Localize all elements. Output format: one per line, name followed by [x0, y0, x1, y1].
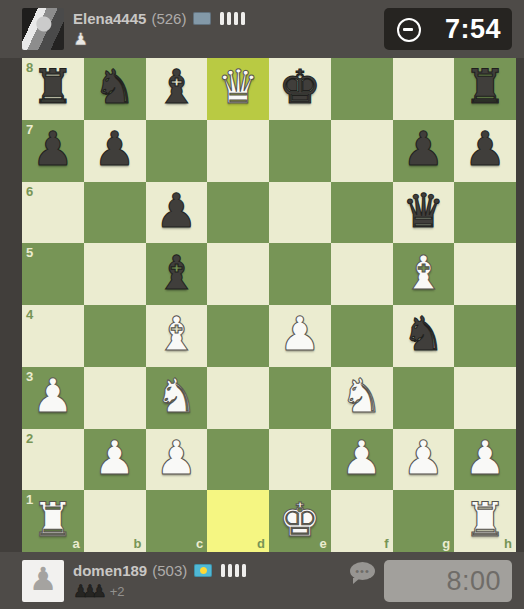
bottom-player-name[interactable]: domen189: [73, 562, 147, 579]
connection-bar: [220, 12, 224, 25]
square-a7[interactable]: 7♟: [22, 120, 84, 182]
bottom-player-bar: ♟ domen189 (503) ♟♟♟+2 ••• 8:00: [0, 552, 524, 609]
square-e1[interactable]: e♚: [269, 490, 331, 552]
piece-white-pawn[interactable]: ♟: [402, 434, 444, 481]
square-a3[interactable]: 3♟: [22, 367, 84, 429]
piece-black-bishop[interactable]: ♝: [155, 249, 197, 296]
square-h7[interactable]: ♟: [454, 120, 516, 182]
square-e6[interactable]: [269, 182, 331, 244]
piece-white-pawn[interactable]: ♟: [279, 310, 321, 357]
square-g2[interactable]: ♟: [393, 429, 455, 491]
square-f2[interactable]: ♟: [331, 429, 393, 491]
file-label-g: g: [442, 537, 450, 550]
square-g4[interactable]: ♞: [393, 305, 455, 367]
square-d8[interactable]: ♛: [207, 58, 269, 120]
square-b5[interactable]: [84, 243, 146, 305]
square-d5[interactable]: [207, 243, 269, 305]
default-avatar-pawn-icon: ♟: [29, 563, 58, 595]
piece-white-pawn[interactable]: ♟: [155, 434, 197, 481]
square-c6[interactable]: ♟: [146, 182, 208, 244]
piece-white-queen[interactable]: ♛: [217, 63, 259, 110]
captured-black-pawn-icon: ♟: [92, 583, 107, 600]
square-f6[interactable]: [331, 182, 393, 244]
connection-bar: [235, 564, 239, 577]
square-h2[interactable]: ♟: [454, 429, 516, 491]
piece-white-knight[interactable]: ♞: [155, 372, 197, 419]
piece-black-pawn[interactable]: ♟: [94, 125, 136, 172]
square-a6[interactable]: 6: [22, 182, 84, 244]
top-player-avatar[interactable]: [22, 8, 64, 50]
square-c1[interactable]: c: [146, 490, 208, 552]
piece-black-pawn[interactable]: ♟: [155, 187, 197, 234]
square-b3[interactable]: [84, 367, 146, 429]
square-d4[interactable]: [207, 305, 269, 367]
square-e8[interactable]: ♚: [269, 58, 331, 120]
piece-black-pawn[interactable]: ♟: [402, 125, 444, 172]
square-g5[interactable]: ♝: [393, 243, 455, 305]
square-c5[interactable]: ♝: [146, 243, 208, 305]
piece-black-rook[interactable]: ♜: [464, 63, 506, 110]
file-label-c: c: [196, 537, 203, 550]
top-connection-bars-icon: [220, 11, 248, 25]
chat-icon[interactable]: •••: [350, 562, 375, 580]
square-g3[interactable]: [393, 367, 455, 429]
rank-label-6: 6: [26, 185, 33, 198]
piece-black-rook[interactable]: ♜: [32, 63, 74, 110]
top-player-clock: 7:54: [384, 8, 512, 50]
square-g7[interactable]: ♟: [393, 120, 455, 182]
bottom-player-info: domen189 (503) ♟♟♟+2: [73, 552, 249, 601]
bottom-player-rating: (503): [152, 562, 187, 579]
piece-white-pawn[interactable]: ♟: [464, 434, 506, 481]
connection-bar: [221, 564, 225, 577]
square-f4[interactable]: [331, 305, 393, 367]
square-b8[interactable]: ♞: [84, 58, 146, 120]
square-c8[interactable]: ♝: [146, 58, 208, 120]
piece-black-bishop[interactable]: ♝: [155, 63, 197, 110]
top-player-rating: (526): [151, 10, 186, 27]
piece-black-pawn[interactable]: ♟: [464, 125, 506, 172]
file-label-d: d: [257, 537, 265, 550]
piece-white-knight[interactable]: ♞: [341, 372, 383, 419]
square-d7[interactable]: [207, 120, 269, 182]
file-label-b: b: [134, 537, 142, 550]
piece-white-bishop[interactable]: ♝: [155, 310, 197, 357]
connection-bar: [227, 12, 231, 25]
piece-black-knight[interactable]: ♞: [402, 310, 444, 357]
top-player-bar: Elena4445 (526) ♟ 7:54: [0, 0, 524, 58]
square-a2[interactable]: 2: [22, 429, 84, 491]
top-player-info: Elena4445 (526) ♟: [73, 0, 248, 49]
piece-black-king[interactable]: ♚: [279, 63, 321, 110]
clock-timer-icon: [397, 18, 421, 42]
square-b2[interactable]: ♟: [84, 429, 146, 491]
square-c3[interactable]: ♞: [146, 367, 208, 429]
square-d3[interactable]: [207, 367, 269, 429]
piece-black-knight[interactable]: ♞: [94, 63, 136, 110]
bottom-clock-time: 8:00: [446, 568, 512, 595]
piece-white-king[interactable]: ♚: [279, 496, 321, 543]
square-e2[interactable]: [269, 429, 331, 491]
square-h6[interactable]: [454, 182, 516, 244]
connection-bar: [241, 12, 245, 25]
square-f3[interactable]: ♞: [331, 367, 393, 429]
square-f1[interactable]: f: [331, 490, 393, 552]
piece-white-bishop[interactable]: ♝: [402, 249, 444, 296]
bottom-player-clock: 8:00: [384, 560, 512, 602]
connection-bar: [234, 12, 238, 25]
top-clock-time: 7:54: [445, 16, 512, 43]
square-b6[interactable]: [84, 182, 146, 244]
material-advantage: +2: [110, 584, 125, 599]
bottom-captured-pieces: ♟♟♟+2: [73, 581, 249, 601]
rank-label-2: 2: [26, 432, 33, 445]
square-b1[interactable]: b: [84, 490, 146, 552]
square-c4[interactable]: ♝: [146, 305, 208, 367]
square-f8[interactable]: [331, 58, 393, 120]
square-e3[interactable]: [269, 367, 331, 429]
square-c2[interactable]: ♟: [146, 429, 208, 491]
square-f5[interactable]: [331, 243, 393, 305]
square-a8[interactable]: 8♜: [22, 58, 84, 120]
square-h1[interactable]: h♜: [454, 490, 516, 552]
bottom-player-avatar[interactable]: ♟: [22, 560, 64, 602]
square-g1[interactable]: g: [393, 490, 455, 552]
square-h3[interactable]: [454, 367, 516, 429]
square-d2[interactable]: [207, 429, 269, 491]
piece-white-pawn[interactable]: ♟: [94, 434, 136, 481]
rank-label-5: 5: [26, 246, 33, 259]
file-label-f: f: [384, 537, 388, 550]
square-d6[interactable]: [207, 182, 269, 244]
square-e5[interactable]: [269, 243, 331, 305]
piece-black-pawn[interactable]: ♟: [32, 125, 74, 172]
square-b4[interactable]: [84, 305, 146, 367]
square-b7[interactable]: ♟: [84, 120, 146, 182]
piece-black-queen[interactable]: ♛: [402, 187, 444, 234]
top-captured-pieces: ♟: [73, 29, 248, 49]
captured-white-pawn-icon: ♟: [73, 31, 88, 48]
chess-board: 8♜♞♝♛♚♜7♟♟♟♟6♟♛5♝♝4♝♟♞3♟♞♞2♟♟♟♟♟1a♜bcde♚…: [22, 58, 516, 552]
bottom-connection-bars-icon: [221, 563, 249, 577]
square-h4[interactable]: [454, 305, 516, 367]
square-a5[interactable]: 5: [22, 243, 84, 305]
square-h8[interactable]: ♜: [454, 58, 516, 120]
piece-white-pawn[interactable]: ♟: [341, 434, 383, 481]
rank-label-4: 4: [26, 308, 33, 321]
top-player-flag-icon: [193, 12, 211, 25]
connection-bar: [242, 564, 246, 577]
square-g6[interactable]: ♛: [393, 182, 455, 244]
piece-white-pawn[interactable]: ♟: [32, 372, 74, 419]
chat-dots-icon: •••: [350, 563, 375, 579]
square-g8[interactable]: [393, 58, 455, 120]
square-f7[interactable]: [331, 120, 393, 182]
square-a1[interactable]: 1a♜: [22, 490, 84, 552]
square-e4[interactable]: ♟: [269, 305, 331, 367]
top-player-name[interactable]: Elena4445: [73, 10, 146, 27]
square-d1[interactable]: d: [207, 490, 269, 552]
square-e7[interactable]: [269, 120, 331, 182]
piece-white-rook[interactable]: ♜: [32, 496, 74, 543]
bottom-player-flag-icon: [194, 564, 212, 577]
square-a4[interactable]: 4: [22, 305, 84, 367]
connection-bar: [228, 564, 232, 577]
square-h5[interactable]: [454, 243, 516, 305]
square-c7[interactable]: [146, 120, 208, 182]
piece-white-rook[interactable]: ♜: [464, 496, 506, 543]
